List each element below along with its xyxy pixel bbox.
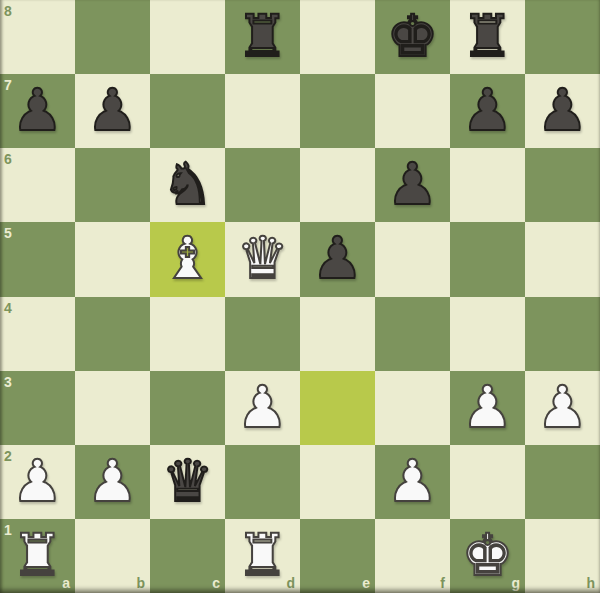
square-g3[interactable]: ♟ bbox=[450, 371, 525, 445]
square-g2[interactable] bbox=[450, 445, 525, 519]
square-d8[interactable]: ♜ bbox=[225, 0, 300, 74]
square-g4[interactable] bbox=[450, 297, 525, 371]
square-c2[interactable]: ♛ bbox=[150, 445, 225, 519]
square-e7[interactable] bbox=[300, 74, 375, 148]
square-h3[interactable]: ♟ bbox=[525, 371, 600, 445]
file-label-e: e bbox=[362, 576, 370, 590]
square-f2[interactable]: ♟ bbox=[375, 445, 450, 519]
file-label-f: f bbox=[440, 576, 445, 590]
rank-label-6: 6 bbox=[4, 152, 12, 166]
piece-black-pawn[interactable]: ♟ bbox=[462, 81, 514, 139]
square-h7[interactable]: ♟ bbox=[525, 74, 600, 148]
square-e3[interactable] bbox=[300, 371, 375, 445]
square-b8[interactable] bbox=[75, 0, 150, 74]
square-b6[interactable] bbox=[75, 148, 150, 222]
rank-label-3: 3 bbox=[4, 375, 12, 389]
square-f7[interactable] bbox=[375, 74, 450, 148]
piece-white-queen[interactable]: ♛ bbox=[237, 229, 289, 287]
square-e4[interactable] bbox=[300, 297, 375, 371]
square-c8[interactable] bbox=[150, 0, 225, 74]
square-b4[interactable] bbox=[75, 297, 150, 371]
square-c3[interactable] bbox=[150, 371, 225, 445]
piece-white-pawn[interactable]: ♟ bbox=[12, 452, 64, 510]
square-f1[interactable]: f bbox=[375, 519, 450, 593]
square-f5[interactable] bbox=[375, 222, 450, 296]
square-e8[interactable] bbox=[300, 0, 375, 74]
square-d2[interactable] bbox=[225, 445, 300, 519]
piece-black-rook[interactable]: ♜ bbox=[462, 7, 514, 65]
square-a4[interactable]: 4 bbox=[0, 297, 75, 371]
square-d1[interactable]: d♜ bbox=[225, 519, 300, 593]
rank-label-8: 8 bbox=[4, 4, 12, 18]
square-e1[interactable]: e bbox=[300, 519, 375, 593]
square-f6[interactable]: ♟ bbox=[375, 148, 450, 222]
square-d4[interactable] bbox=[225, 297, 300, 371]
piece-white-pawn[interactable]: ♟ bbox=[537, 378, 589, 436]
square-g5[interactable] bbox=[450, 222, 525, 296]
square-a6[interactable]: 6 bbox=[0, 148, 75, 222]
square-e6[interactable] bbox=[300, 148, 375, 222]
piece-black-pawn[interactable]: ♟ bbox=[387, 155, 439, 213]
square-h2[interactable] bbox=[525, 445, 600, 519]
square-h4[interactable] bbox=[525, 297, 600, 371]
square-d7[interactable] bbox=[225, 74, 300, 148]
chess-board: 8♜♚♜7♟♟♟♟6♞♟5♝♛♟43♟♟♟2♟♟♛♟1a♜bcd♜efg♚h bbox=[0, 0, 600, 593]
piece-black-queen[interactable]: ♛ bbox=[162, 452, 214, 510]
square-a8[interactable]: 8 bbox=[0, 0, 75, 74]
square-d6[interactable] bbox=[225, 148, 300, 222]
square-a1[interactable]: 1a♜ bbox=[0, 519, 75, 593]
square-g6[interactable] bbox=[450, 148, 525, 222]
square-f4[interactable] bbox=[375, 297, 450, 371]
piece-black-pawn[interactable]: ♟ bbox=[87, 81, 139, 139]
square-a2[interactable]: 2♟ bbox=[0, 445, 75, 519]
square-h5[interactable] bbox=[525, 222, 600, 296]
rank-label-5: 5 bbox=[4, 226, 12, 240]
piece-black-pawn[interactable]: ♟ bbox=[12, 81, 64, 139]
piece-white-rook[interactable]: ♜ bbox=[12, 526, 64, 584]
square-c4[interactable] bbox=[150, 297, 225, 371]
square-c1[interactable]: c bbox=[150, 519, 225, 593]
piece-black-knight[interactable]: ♞ bbox=[162, 155, 214, 213]
piece-black-pawn[interactable]: ♟ bbox=[537, 81, 589, 139]
piece-white-pawn[interactable]: ♟ bbox=[237, 378, 289, 436]
square-f8[interactable]: ♚ bbox=[375, 0, 450, 74]
square-g1[interactable]: g♚ bbox=[450, 519, 525, 593]
square-g7[interactable]: ♟ bbox=[450, 74, 525, 148]
square-d5[interactable]: ♛ bbox=[225, 222, 300, 296]
square-b1[interactable]: b bbox=[75, 519, 150, 593]
square-h6[interactable] bbox=[525, 148, 600, 222]
square-b2[interactable]: ♟ bbox=[75, 445, 150, 519]
square-h1[interactable]: h bbox=[525, 519, 600, 593]
square-b3[interactable] bbox=[75, 371, 150, 445]
square-a5[interactable]: 5 bbox=[0, 222, 75, 296]
file-label-c: c bbox=[212, 576, 220, 590]
piece-white-pawn[interactable]: ♟ bbox=[87, 452, 139, 510]
rank-label-4: 4 bbox=[4, 301, 12, 315]
square-b5[interactable] bbox=[75, 222, 150, 296]
piece-white-pawn[interactable]: ♟ bbox=[387, 452, 439, 510]
square-b7[interactable]: ♟ bbox=[75, 74, 150, 148]
square-e5[interactable]: ♟ bbox=[300, 222, 375, 296]
square-a7[interactable]: 7♟ bbox=[0, 74, 75, 148]
square-f3[interactable] bbox=[375, 371, 450, 445]
piece-black-pawn[interactable]: ♟ bbox=[312, 229, 364, 287]
square-c5[interactable]: ♝ bbox=[150, 222, 225, 296]
square-c7[interactable] bbox=[150, 74, 225, 148]
square-e2[interactable] bbox=[300, 445, 375, 519]
square-d3[interactable]: ♟ bbox=[225, 371, 300, 445]
piece-black-rook[interactable]: ♜ bbox=[237, 7, 289, 65]
piece-white-bishop[interactable]: ♝ bbox=[162, 229, 214, 287]
square-c6[interactable]: ♞ bbox=[150, 148, 225, 222]
square-h8[interactable] bbox=[525, 0, 600, 74]
piece-white-rook[interactable]: ♜ bbox=[237, 526, 289, 584]
file-label-h: h bbox=[586, 576, 595, 590]
chess-board-window: 8♜♚♜7♟♟♟♟6♞♟5♝♛♟43♟♟♟2♟♟♛♟1a♜bcd♜efg♚h bbox=[0, 0, 600, 593]
square-a3[interactable]: 3 bbox=[0, 371, 75, 445]
piece-white-king[interactable]: ♚ bbox=[462, 526, 514, 584]
file-label-b: b bbox=[136, 576, 145, 590]
piece-white-pawn[interactable]: ♟ bbox=[462, 378, 514, 436]
square-g8[interactable]: ♜ bbox=[450, 0, 525, 74]
piece-black-king[interactable]: ♚ bbox=[387, 7, 439, 65]
